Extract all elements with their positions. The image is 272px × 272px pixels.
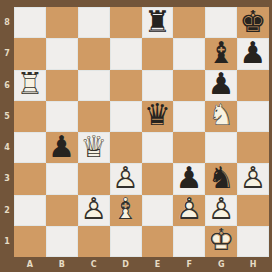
- rank-label-7: 7: [0, 38, 14, 69]
- square-g1[interactable]: ♚♔: [205, 226, 237, 257]
- white-pawn-outline-icon: ♙: [208, 195, 235, 225]
- white-pawn-outline-icon: ♙: [240, 163, 267, 193]
- chess-board-frame: ♜♚♝♟♜♖♟♛♞♘♟♛♕♟♙♟♞♟♙♟♙♝♗♟♙♟♙♚♔87654321ABC…: [0, 0, 272, 272]
- square-e6[interactable]: [142, 70, 174, 101]
- piece-white-knight-g5[interactable]: ♞♘: [205, 101, 237, 132]
- square-d6[interactable]: [110, 70, 142, 101]
- rank-label-6: 6: [0, 70, 14, 101]
- square-h3[interactable]: ♟♙: [237, 163, 269, 194]
- white-pawn-outline-icon: ♙: [80, 195, 107, 225]
- file-label-c: C: [78, 257, 110, 272]
- square-f7[interactable]: [173, 38, 205, 69]
- piece-white-queen-c4[interactable]: ♛♕: [78, 132, 110, 163]
- piece-black-bishop-g7[interactable]: ♝: [205, 38, 237, 69]
- square-d2[interactable]: ♝♗: [110, 195, 142, 226]
- square-f5[interactable]: [173, 101, 205, 132]
- piece-white-pawn-h3[interactable]: ♟♙: [237, 163, 269, 194]
- square-e7[interactable]: [142, 38, 174, 69]
- square-e4[interactable]: [142, 132, 174, 163]
- piece-black-pawn-f3[interactable]: ♟: [173, 163, 205, 194]
- square-e8[interactable]: ♜: [142, 7, 174, 38]
- piece-black-knight-g3[interactable]: ♞: [205, 163, 237, 194]
- square-d3[interactable]: ♟♙: [110, 163, 142, 194]
- piece-white-pawn-d3[interactable]: ♟♙: [110, 163, 142, 194]
- square-c4[interactable]: ♛♕: [78, 132, 110, 163]
- square-c1[interactable]: [78, 226, 110, 257]
- piece-white-king-g1[interactable]: ♚♔: [205, 226, 237, 257]
- square-g3[interactable]: ♞: [205, 163, 237, 194]
- piece-black-rook-e8[interactable]: ♜: [142, 7, 174, 38]
- black-queen-icon: ♛: [144, 101, 171, 131]
- square-g5[interactable]: ♞♘: [205, 101, 237, 132]
- black-rook-icon: ♜: [144, 7, 171, 37]
- square-f1[interactable]: [173, 226, 205, 257]
- white-queen-outline-icon: ♕: [80, 132, 107, 162]
- square-b5[interactable]: [46, 101, 78, 132]
- piece-white-bishop-d2[interactable]: ♝♗: [110, 195, 142, 226]
- piece-white-rook-a6[interactable]: ♜♖: [14, 70, 46, 101]
- rank-label-8: 8: [0, 7, 14, 38]
- square-b7[interactable]: [46, 38, 78, 69]
- square-e2[interactable]: [142, 195, 174, 226]
- square-e5[interactable]: ♛: [142, 101, 174, 132]
- square-f6[interactable]: [173, 70, 205, 101]
- square-d1[interactable]: [110, 226, 142, 257]
- white-king-outline-icon: ♔: [208, 226, 235, 256]
- square-b8[interactable]: [46, 7, 78, 38]
- black-pawn-icon: ♟: [208, 70, 235, 100]
- square-b2[interactable]: [46, 195, 78, 226]
- square-e1[interactable]: [142, 226, 174, 257]
- white-rook-outline-icon: ♖: [16, 70, 43, 100]
- square-a6[interactable]: ♜♖: [14, 70, 46, 101]
- square-b6[interactable]: [46, 70, 78, 101]
- piece-black-pawn-g6[interactable]: ♟: [205, 70, 237, 101]
- black-king-icon: ♚: [240, 7, 267, 37]
- square-a5[interactable]: [14, 101, 46, 132]
- rank-label-2: 2: [0, 195, 14, 226]
- black-pawn-icon: ♟: [240, 38, 267, 68]
- white-pawn-outline-icon: ♙: [176, 195, 203, 225]
- square-f3[interactable]: ♟: [173, 163, 205, 194]
- square-c3[interactable]: [78, 163, 110, 194]
- square-f8[interactable]: [173, 7, 205, 38]
- square-e3[interactable]: [142, 163, 174, 194]
- square-d8[interactable]: [110, 7, 142, 38]
- piece-black-pawn-h7[interactable]: ♟: [237, 38, 269, 69]
- piece-white-pawn-g2[interactable]: ♟♙: [205, 195, 237, 226]
- file-label-a: A: [14, 257, 46, 272]
- square-h4[interactable]: [237, 132, 269, 163]
- square-d4[interactable]: [110, 132, 142, 163]
- piece-white-pawn-f2[interactable]: ♟♙: [173, 195, 205, 226]
- square-h2[interactable]: [237, 195, 269, 226]
- square-f4[interactable]: [173, 132, 205, 163]
- file-label-e: E: [142, 257, 174, 272]
- square-h6[interactable]: [237, 70, 269, 101]
- rank-label-5: 5: [0, 101, 14, 132]
- square-g8[interactable]: [205, 7, 237, 38]
- file-label-h: H: [237, 257, 269, 272]
- black-pawn-icon: ♟: [48, 132, 75, 162]
- piece-black-pawn-b4[interactable]: ♟: [46, 132, 78, 163]
- square-c5[interactable]: [78, 101, 110, 132]
- square-h8[interactable]: ♚: [237, 7, 269, 38]
- square-c2[interactable]: ♟♙: [78, 195, 110, 226]
- square-a2[interactable]: [14, 195, 46, 226]
- white-bishop-outline-icon: ♗: [112, 195, 139, 225]
- piece-white-pawn-c2[interactable]: ♟♙: [78, 195, 110, 226]
- file-label-f: F: [173, 257, 205, 272]
- square-g4[interactable]: [205, 132, 237, 163]
- square-c7[interactable]: [78, 38, 110, 69]
- rank-label-4: 4: [0, 132, 14, 163]
- black-bishop-icon: ♝: [208, 38, 235, 68]
- square-a3[interactable]: [14, 163, 46, 194]
- square-g7[interactable]: ♝: [205, 38, 237, 69]
- file-label-g: G: [205, 257, 237, 272]
- square-d7[interactable]: [110, 38, 142, 69]
- piece-black-queen-e5[interactable]: ♛: [142, 101, 174, 132]
- square-a4[interactable]: [14, 132, 46, 163]
- rank-label-3: 3: [0, 163, 14, 194]
- black-pawn-icon: ♟: [176, 163, 203, 193]
- square-b3[interactable]: [46, 163, 78, 194]
- square-c8[interactable]: [78, 7, 110, 38]
- square-b1[interactable]: [46, 226, 78, 257]
- square-a8[interactable]: [14, 7, 46, 38]
- white-knight-outline-icon: ♘: [208, 101, 235, 131]
- square-a1[interactable]: [14, 226, 46, 257]
- piece-black-king-h8[interactable]: ♚: [237, 7, 269, 38]
- file-label-b: B: [46, 257, 78, 272]
- file-label-d: D: [110, 257, 142, 272]
- square-a7[interactable]: [14, 38, 46, 69]
- square-f2[interactable]: ♟♙: [173, 195, 205, 226]
- square-h5[interactable]: [237, 101, 269, 132]
- square-g2[interactable]: ♟♙: [205, 195, 237, 226]
- black-knight-icon: ♞: [208, 163, 235, 193]
- square-d5[interactable]: [110, 101, 142, 132]
- white-pawn-outline-icon: ♙: [112, 163, 139, 193]
- square-b4[interactable]: ♟: [46, 132, 78, 163]
- square-g6[interactable]: ♟: [205, 70, 237, 101]
- square-h7[interactable]: ♟: [237, 38, 269, 69]
- square-h1[interactable]: [237, 226, 269, 257]
- square-c6[interactable]: [78, 70, 110, 101]
- rank-label-1: 1: [0, 226, 14, 257]
